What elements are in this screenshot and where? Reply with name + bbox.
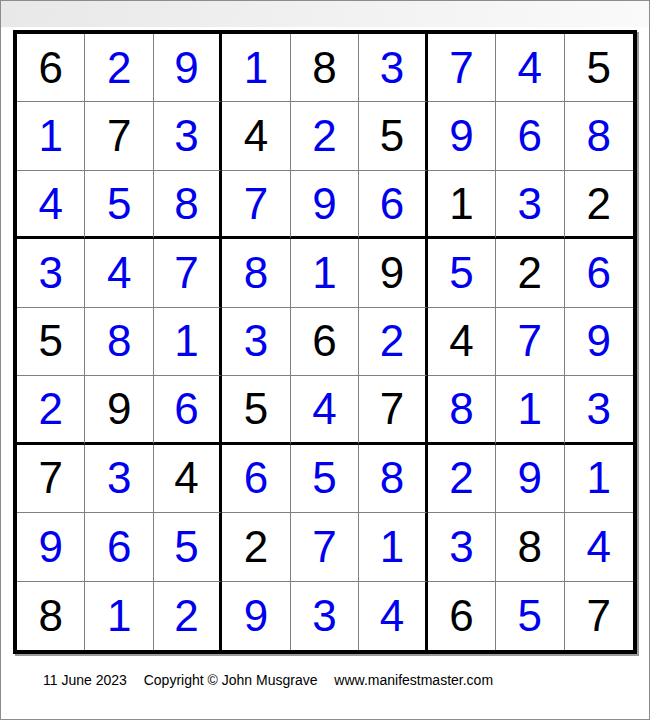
cell-r3c3: 8 bbox=[154, 171, 222, 239]
cell-r3c7: 1 bbox=[428, 171, 496, 239]
cell-r8c8: 8 bbox=[496, 513, 564, 581]
cell-r4c1: 3 bbox=[17, 239, 85, 307]
cell-r3c9: 2 bbox=[565, 171, 633, 239]
cell-r8c3: 5 bbox=[154, 513, 222, 581]
solved-digit: 7 bbox=[449, 46, 473, 90]
given-digit: 6 bbox=[449, 594, 473, 638]
cell-r9c2: 1 bbox=[85, 582, 153, 650]
given-digit: 6 bbox=[312, 319, 336, 363]
solved-digit: 1 bbox=[518, 387, 542, 431]
given-digit: 5 bbox=[38, 319, 62, 363]
cell-r5c1: 5 bbox=[17, 308, 85, 376]
footer: 11 June 2023 Copyright © John Musgrave w… bbox=[43, 672, 493, 688]
solved-digit: 6 bbox=[518, 114, 542, 158]
solved-digit: 8 bbox=[174, 182, 198, 226]
solved-digit: 8 bbox=[244, 251, 268, 295]
solved-digit: 5 bbox=[312, 456, 336, 500]
cell-r3c2: 5 bbox=[85, 171, 153, 239]
given-digit: 1 bbox=[449, 182, 473, 226]
solved-digit: 4 bbox=[107, 251, 131, 295]
cell-r6c5: 4 bbox=[291, 376, 359, 444]
cell-r2c7: 9 bbox=[428, 102, 496, 170]
solved-digit: 2 bbox=[380, 319, 404, 363]
solved-digit: 6 bbox=[587, 251, 611, 295]
page: 6291837451734259684587961323478195265813… bbox=[0, 0, 650, 720]
cell-r9c9: 7 bbox=[565, 582, 633, 650]
given-digit: 8 bbox=[38, 594, 62, 638]
solved-digit: 1 bbox=[244, 46, 268, 90]
solved-digit: 4 bbox=[312, 387, 336, 431]
solved-digit: 8 bbox=[380, 456, 404, 500]
cell-r5c7: 4 bbox=[428, 308, 496, 376]
cell-r3c6: 6 bbox=[359, 171, 427, 239]
solved-digit: 3 bbox=[380, 46, 404, 90]
cell-r1c4: 1 bbox=[222, 34, 290, 102]
cell-r3c1: 4 bbox=[17, 171, 85, 239]
cell-r9c4: 9 bbox=[222, 582, 290, 650]
cell-r5c6: 2 bbox=[359, 308, 427, 376]
cell-r3c5: 9 bbox=[291, 171, 359, 239]
solved-digit: 4 bbox=[587, 525, 611, 569]
given-digit: 7 bbox=[587, 594, 611, 638]
cell-r2c3: 3 bbox=[154, 102, 222, 170]
solved-digit: 1 bbox=[174, 319, 198, 363]
solved-digit: 9 bbox=[587, 319, 611, 363]
solved-digit: 8 bbox=[587, 114, 611, 158]
cell-r1c2: 2 bbox=[85, 34, 153, 102]
cell-r4c4: 8 bbox=[222, 239, 290, 307]
cell-r1c8: 4 bbox=[496, 34, 564, 102]
sudoku-board: 6291837451734259684587961323478195265813… bbox=[13, 30, 637, 654]
cell-r4c5: 1 bbox=[291, 239, 359, 307]
solved-digit: 9 bbox=[174, 46, 198, 90]
solved-digit: 4 bbox=[38, 182, 62, 226]
cell-r5c9: 9 bbox=[565, 308, 633, 376]
solved-digit: 9 bbox=[244, 594, 268, 638]
solved-digit: 9 bbox=[38, 525, 62, 569]
solved-digit: 1 bbox=[312, 251, 336, 295]
solved-digit: 7 bbox=[312, 525, 336, 569]
cell-r1c3: 9 bbox=[154, 34, 222, 102]
cell-r2c2: 7 bbox=[85, 102, 153, 170]
given-digit: 8 bbox=[518, 525, 542, 569]
cell-r4c9: 6 bbox=[565, 239, 633, 307]
solved-digit: 2 bbox=[312, 114, 336, 158]
cell-r6c3: 6 bbox=[154, 376, 222, 444]
cell-r4c3: 7 bbox=[154, 239, 222, 307]
solved-digit: 6 bbox=[380, 182, 404, 226]
cell-r1c5: 8 bbox=[291, 34, 359, 102]
solved-digit: 5 bbox=[449, 251, 473, 295]
given-digit: 4 bbox=[449, 319, 473, 363]
solved-digit: 3 bbox=[312, 594, 336, 638]
solved-digit: 7 bbox=[244, 182, 268, 226]
solved-digit: 8 bbox=[449, 387, 473, 431]
cell-r5c4: 3 bbox=[222, 308, 290, 376]
cell-r9c6: 4 bbox=[359, 582, 427, 650]
given-digit: 5 bbox=[587, 46, 611, 90]
cell-r9c5: 3 bbox=[291, 582, 359, 650]
cell-r6c8: 1 bbox=[496, 376, 564, 444]
solved-digit: 3 bbox=[107, 456, 131, 500]
given-digit: 7 bbox=[107, 114, 131, 158]
cell-r9c7: 6 bbox=[428, 582, 496, 650]
cell-r7c3: 4 bbox=[154, 445, 222, 513]
cell-r8c9: 4 bbox=[565, 513, 633, 581]
cell-r5c2: 8 bbox=[85, 308, 153, 376]
cell-r2c5: 2 bbox=[291, 102, 359, 170]
given-digit: 7 bbox=[38, 456, 62, 500]
cell-r7c6: 8 bbox=[359, 445, 427, 513]
solved-digit: 6 bbox=[174, 387, 198, 431]
cell-r6c7: 8 bbox=[428, 376, 496, 444]
given-digit: 9 bbox=[107, 387, 131, 431]
window-top-bar bbox=[1, 1, 649, 28]
cell-r2c4: 4 bbox=[222, 102, 290, 170]
cell-r9c1: 8 bbox=[17, 582, 85, 650]
footer-copyright: Copyright © John Musgrave bbox=[144, 672, 318, 688]
cell-r8c7: 3 bbox=[428, 513, 496, 581]
cell-r8c2: 6 bbox=[85, 513, 153, 581]
cell-r3c4: 7 bbox=[222, 171, 290, 239]
cell-r2c1: 1 bbox=[17, 102, 85, 170]
solved-digit: 3 bbox=[449, 525, 473, 569]
solved-digit: 1 bbox=[587, 456, 611, 500]
solved-digit: 2 bbox=[174, 594, 198, 638]
given-digit: 2 bbox=[244, 525, 268, 569]
given-digit: 2 bbox=[518, 251, 542, 295]
cell-r7c7: 2 bbox=[428, 445, 496, 513]
cell-r9c8: 5 bbox=[496, 582, 564, 650]
given-digit: 7 bbox=[380, 387, 404, 431]
cell-r6c9: 3 bbox=[565, 376, 633, 444]
solved-digit: 6 bbox=[244, 456, 268, 500]
solved-digit: 1 bbox=[107, 594, 131, 638]
cell-r7c9: 1 bbox=[565, 445, 633, 513]
cell-r8c5: 7 bbox=[291, 513, 359, 581]
given-digit: 6 bbox=[38, 46, 62, 90]
cell-r4c7: 5 bbox=[428, 239, 496, 307]
solved-digit: 5 bbox=[518, 594, 542, 638]
cell-r9c3: 2 bbox=[154, 582, 222, 650]
cell-r7c2: 3 bbox=[85, 445, 153, 513]
cell-r1c9: 5 bbox=[565, 34, 633, 102]
solved-digit: 7 bbox=[518, 319, 542, 363]
solved-digit: 1 bbox=[380, 525, 404, 569]
cell-r1c6: 3 bbox=[359, 34, 427, 102]
solved-digit: 9 bbox=[449, 114, 473, 158]
solved-digit: 3 bbox=[38, 251, 62, 295]
cell-r1c1: 6 bbox=[17, 34, 85, 102]
cell-r5c8: 7 bbox=[496, 308, 564, 376]
solved-digit: 8 bbox=[107, 319, 131, 363]
cell-r7c1: 7 bbox=[17, 445, 85, 513]
cell-r4c6: 9 bbox=[359, 239, 427, 307]
solved-digit: 4 bbox=[518, 46, 542, 90]
cell-r2c8: 6 bbox=[496, 102, 564, 170]
cell-r5c5: 6 bbox=[291, 308, 359, 376]
solved-digit: 2 bbox=[107, 46, 131, 90]
footer-website: www.manifestmaster.com bbox=[334, 672, 493, 688]
cell-r6c4: 5 bbox=[222, 376, 290, 444]
given-digit: 2 bbox=[587, 182, 611, 226]
cell-r4c8: 2 bbox=[496, 239, 564, 307]
cell-r6c6: 7 bbox=[359, 376, 427, 444]
cell-r8c4: 2 bbox=[222, 513, 290, 581]
cell-r1c7: 7 bbox=[428, 34, 496, 102]
cell-r2c6: 5 bbox=[359, 102, 427, 170]
cell-r5c3: 1 bbox=[154, 308, 222, 376]
solved-digit: 9 bbox=[312, 182, 336, 226]
cell-r8c1: 9 bbox=[17, 513, 85, 581]
solved-digit: 1 bbox=[38, 114, 62, 158]
cell-r6c2: 9 bbox=[85, 376, 153, 444]
cell-r8c6: 1 bbox=[359, 513, 427, 581]
given-digit: 8 bbox=[312, 46, 336, 90]
cell-r2c9: 8 bbox=[565, 102, 633, 170]
cell-r7c8: 9 bbox=[496, 445, 564, 513]
solved-digit: 2 bbox=[449, 456, 473, 500]
solved-digit: 6 bbox=[107, 525, 131, 569]
solved-digit: 3 bbox=[174, 114, 198, 158]
solved-digit: 7 bbox=[174, 251, 198, 295]
solved-digit: 3 bbox=[244, 319, 268, 363]
solved-digit: 3 bbox=[518, 182, 542, 226]
cell-r3c8: 3 bbox=[496, 171, 564, 239]
given-digit: 5 bbox=[380, 114, 404, 158]
given-digit: 9 bbox=[380, 251, 404, 295]
solved-digit: 4 bbox=[380, 594, 404, 638]
given-digit: 5 bbox=[244, 387, 268, 431]
cell-r6c1: 2 bbox=[17, 376, 85, 444]
footer-date: 11 June 2023 bbox=[43, 672, 127, 688]
cell-r7c4: 6 bbox=[222, 445, 290, 513]
solved-digit: 5 bbox=[174, 525, 198, 569]
solved-digit: 3 bbox=[587, 387, 611, 431]
solved-digit: 5 bbox=[107, 182, 131, 226]
solved-digit: 9 bbox=[518, 456, 542, 500]
cell-r7c5: 5 bbox=[291, 445, 359, 513]
solved-digit: 2 bbox=[38, 387, 62, 431]
given-digit: 4 bbox=[174, 456, 198, 500]
given-digit: 4 bbox=[244, 114, 268, 158]
cell-r4c2: 4 bbox=[85, 239, 153, 307]
